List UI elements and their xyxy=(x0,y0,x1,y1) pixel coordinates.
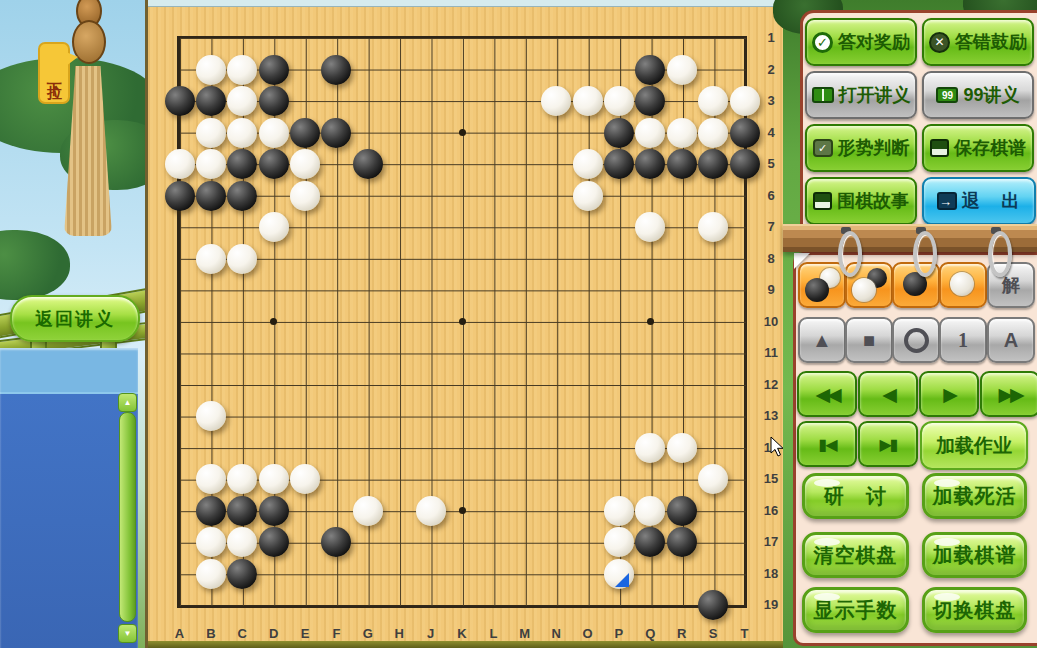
triangle-mark-button[interactable]: ▲ xyxy=(798,317,846,363)
load-life-death-button[interactable]: 加载死活 xyxy=(922,473,1027,519)
stone-R2-white[interactable] xyxy=(667,55,697,85)
exit-door-icon: → xyxy=(937,192,957,210)
star-point xyxy=(459,507,466,514)
col-label-O: O xyxy=(577,626,599,641)
stone-Q16-white[interactable] xyxy=(635,496,665,526)
board-top-edge xyxy=(148,0,786,7)
col-label-S: S xyxy=(702,626,724,641)
row-label-2: 2 xyxy=(757,62,785,77)
stone-Q4-white[interactable] xyxy=(635,118,665,148)
gloss-highlight xyxy=(814,479,840,487)
tool-black-then-white[interactable] xyxy=(798,262,846,308)
stone-D16-black[interactable] xyxy=(259,496,289,526)
button-label: 退 出 xyxy=(962,189,1022,213)
button-label: 形势判断 xyxy=(838,136,910,160)
load-homework-button[interactable]: 加载作业 xyxy=(920,421,1028,470)
load-kifu-button[interactable]: 加载棋谱 xyxy=(922,532,1027,578)
stone-Q2-black[interactable] xyxy=(635,55,665,85)
reward-correct-button[interactable]: ✓ 答对奖励 xyxy=(805,18,917,66)
col-label-B: B xyxy=(200,626,222,641)
go-board[interactable]: ABCDEFGHJKLMNOPQRST123456789101112131415… xyxy=(145,0,790,648)
last-move-marker xyxy=(615,573,629,587)
stone-D4-white[interactable] xyxy=(259,118,289,148)
stone-E5-white[interactable] xyxy=(290,149,320,179)
row-label-10: 10 xyxy=(757,314,785,329)
stone-P3-white[interactable] xyxy=(604,86,634,116)
row-label-1: 1 xyxy=(757,30,785,45)
stone-B4-white[interactable] xyxy=(196,118,226,148)
stone-R14-white[interactable] xyxy=(667,433,697,463)
switch-board-button[interactable]: 切换棋盘 xyxy=(922,587,1027,633)
star-point xyxy=(459,129,466,136)
save-kifu-button[interactable]: 保存棋谱 xyxy=(922,124,1034,172)
button-label: 围棋故事 xyxy=(837,189,909,213)
col-label-H: H xyxy=(388,626,410,641)
col-label-A: A xyxy=(169,626,191,641)
board-bottom-edge xyxy=(148,641,786,648)
exit-button[interactable]: → 退 出 xyxy=(922,177,1036,225)
top-button-panel: ✓ 答对奖励 ✕ 答错鼓励 打开讲义 99 99讲义 ✓ 形势判断 保存棋谱 围… xyxy=(800,10,1037,249)
stone-R5-black[interactable] xyxy=(667,149,697,179)
stone-B3-black[interactable] xyxy=(196,86,226,116)
gloss-highlight xyxy=(814,593,840,601)
circle-mark-icon xyxy=(904,328,929,353)
pine-tree-foliage xyxy=(0,230,70,300)
first-move-icon: ▮◀ xyxy=(818,435,835,454)
col-label-G: G xyxy=(357,626,379,641)
last-move-button[interactable]: ▶▮ xyxy=(858,421,918,467)
stone-B18-white[interactable] xyxy=(196,559,226,589)
stone-R16-black[interactable] xyxy=(667,496,697,526)
button-label: 答对奖励 xyxy=(838,30,910,54)
binder-ring xyxy=(988,231,1012,277)
return-button-label: 返回讲义 xyxy=(35,307,115,331)
situation-judge-button[interactable]: ✓ 形势判断 xyxy=(805,124,917,172)
gloss-highlight xyxy=(934,593,960,601)
fast-forward-icon: ▶▶ xyxy=(998,383,1021,406)
tool-white-stone[interactable] xyxy=(939,262,987,308)
row-label-13: 13 xyxy=(757,408,785,423)
arrow-up-icon: ▲ xyxy=(124,398,132,407)
stone-E6-white[interactable] xyxy=(290,181,320,211)
stone-G5-black[interactable] xyxy=(353,149,383,179)
gloss-highlight xyxy=(814,538,840,546)
go-story-button[interactable]: 围棋故事 xyxy=(805,177,917,225)
stone-E15-white[interactable] xyxy=(290,464,320,494)
square-mark-button[interactable]: ■ xyxy=(845,317,893,363)
stone-P5-black[interactable] xyxy=(604,149,634,179)
col-label-M: M xyxy=(514,626,536,641)
scroll-up-button[interactable]: ▲ xyxy=(118,393,137,412)
white-stone-icon xyxy=(950,272,974,296)
col-label-F: F xyxy=(325,626,347,641)
stone-T5-black[interactable] xyxy=(730,149,760,179)
row-label-4: 4 xyxy=(757,125,785,140)
return-to-lecture-button[interactable]: 返回讲义 xyxy=(10,295,140,342)
stone-C6-black[interactable] xyxy=(227,181,257,211)
stone-B16-black[interactable] xyxy=(196,496,226,526)
stone-S19-black[interactable] xyxy=(698,590,728,620)
letter-mark-button[interactable]: A xyxy=(987,317,1035,363)
situation-judge-icon: ✓ xyxy=(813,139,833,157)
row-label-7: 7 xyxy=(757,219,785,234)
stone-S3-white[interactable] xyxy=(698,86,728,116)
fast-backward-icon: ◀◀ xyxy=(815,383,838,406)
stone-D2-black[interactable] xyxy=(259,55,289,85)
stone-F4-black[interactable] xyxy=(321,118,351,148)
stone-O6-white[interactable] xyxy=(573,181,603,211)
binder-ring xyxy=(913,231,937,277)
stone-B6-black[interactable] xyxy=(196,181,226,211)
stone-J16-white[interactable] xyxy=(416,496,446,526)
stone-B5-white[interactable] xyxy=(196,149,226,179)
stone-R17-black[interactable] xyxy=(667,527,697,557)
stone-T3-white[interactable] xyxy=(730,86,760,116)
stone-E4-black[interactable] xyxy=(290,118,320,148)
col-label-N: N xyxy=(545,626,567,641)
fast-forward-button[interactable]: ▶▶ xyxy=(980,371,1037,417)
col-label-L: L xyxy=(482,626,504,641)
stone-B2-white[interactable] xyxy=(196,55,226,85)
button-label: 加载作业 xyxy=(936,433,1012,459)
button-label: 研 讨 xyxy=(824,483,887,510)
row-label-19: 19 xyxy=(757,597,785,612)
stone-D15-white[interactable] xyxy=(259,464,289,494)
button-label: 保存棋谱 xyxy=(954,136,1026,160)
row-label-18: 18 xyxy=(757,566,785,581)
open-lecture-button[interactable]: 打开讲义 xyxy=(805,71,917,119)
star-point xyxy=(647,318,654,325)
gloss-highlight xyxy=(934,538,960,546)
stone-P4-black[interactable] xyxy=(604,118,634,148)
row-label-5: 5 xyxy=(757,156,785,171)
solve-label: 解 xyxy=(1002,273,1020,297)
row-label-16: 16 xyxy=(757,503,785,518)
bubble-pointer xyxy=(66,52,78,66)
stone-P16-white[interactable] xyxy=(604,496,634,526)
stone-D5-black[interactable] xyxy=(259,149,289,179)
stone-D7-white[interactable] xyxy=(259,212,289,242)
row-label-11: 11 xyxy=(757,345,785,360)
col-label-E: E xyxy=(294,626,316,641)
stone-D17-black[interactable] xyxy=(259,527,289,557)
letter-mark-icon: A xyxy=(1004,329,1018,352)
star-point xyxy=(459,318,466,325)
forward-button[interactable]: ▶ xyxy=(919,371,979,417)
stone-F2-black[interactable] xyxy=(321,55,351,85)
stone-O3-white[interactable] xyxy=(573,86,603,116)
fast-backward-button[interactable]: ◀◀ xyxy=(797,371,857,417)
row-label-12: 12 xyxy=(757,377,785,392)
stone-B8-white[interactable] xyxy=(196,244,226,274)
research-button[interactable]: 研 讨 xyxy=(802,473,909,519)
stone-C4-white[interactable] xyxy=(227,118,257,148)
stone-B13-white[interactable] xyxy=(196,401,226,431)
stone-A6-black[interactable] xyxy=(165,181,195,211)
white-stone-icon xyxy=(852,278,876,302)
stone-S4-white[interactable] xyxy=(698,118,728,148)
check-circle-icon: ✓ xyxy=(812,32,833,53)
button-label: 答错鼓励 xyxy=(955,30,1027,54)
stone-A3-black[interactable] xyxy=(165,86,195,116)
book-99-icon: 99 xyxy=(936,87,958,103)
lecture-list-panel: ▲ ▼ xyxy=(0,348,138,648)
stone-G16-white[interactable] xyxy=(353,496,383,526)
row-label-6: 6 xyxy=(757,188,785,203)
lecture-99-button[interactable]: 99 99讲义 xyxy=(922,71,1034,119)
square-mark-icon: ■ xyxy=(863,329,875,352)
binder-ring xyxy=(838,231,862,277)
pull-down-tab[interactable]: 下拉 xyxy=(38,42,70,104)
arrow-down-icon: ▼ xyxy=(124,629,132,638)
gloss-highlight xyxy=(934,479,960,487)
col-label-T: T xyxy=(734,626,756,641)
col-label-J: J xyxy=(420,626,442,641)
open-book-icon xyxy=(812,87,834,103)
forward-icon: ▶ xyxy=(943,383,955,406)
mouse-cursor xyxy=(770,436,786,458)
circle-mark-button[interactable] xyxy=(892,317,940,363)
stone-Q14-white[interactable] xyxy=(635,433,665,463)
tool-panel: 解 ▲ ■ 1 A ◀◀ ◀ ▶ ▶▶ ▮◀ xyxy=(793,252,1037,646)
row-label-8: 8 xyxy=(757,251,785,266)
show-move-numbers-button[interactable]: 显示手数 xyxy=(802,587,909,633)
stone-P17-white[interactable] xyxy=(604,527,634,557)
triangle-mark-icon: ▲ xyxy=(812,329,832,352)
stone-D3-black[interactable] xyxy=(259,86,289,116)
col-label-C: C xyxy=(231,626,253,641)
stone-R4-white[interactable] xyxy=(667,118,697,148)
stone-C16-black[interactable] xyxy=(227,496,257,526)
stone-B17-white[interactable] xyxy=(196,527,226,557)
stone-O5-white[interactable] xyxy=(573,149,603,179)
app-screen: 下拉 返回讲义 ▲ ▼ ABCDEFGHJKLMNOPQRST123456789… xyxy=(0,0,1037,648)
x-circle-icon: ✕ xyxy=(929,32,950,53)
backward-button[interactable]: ◀ xyxy=(858,371,918,417)
stone-T4-black[interactable] xyxy=(730,118,760,148)
stone-C8-white[interactable] xyxy=(227,244,257,274)
button-label: 99讲义 xyxy=(963,83,1019,107)
row-label-15: 15 xyxy=(757,471,785,486)
story-book-icon xyxy=(813,192,832,210)
stone-A5-white[interactable] xyxy=(165,149,195,179)
black-stone-icon xyxy=(805,278,829,302)
stone-C2-white[interactable] xyxy=(227,55,257,85)
wrong-encourage-button[interactable]: ✕ 答错鼓励 xyxy=(922,18,1034,66)
number-mark-icon: 1 xyxy=(958,329,968,352)
pull-down-label: 下拉 xyxy=(45,71,64,75)
first-move-button[interactable]: ▮◀ xyxy=(797,421,857,467)
button-label: 打开讲义 xyxy=(839,83,911,107)
col-label-R: R xyxy=(671,626,693,641)
stone-S7-white[interactable] xyxy=(698,212,728,242)
col-label-P: P xyxy=(608,626,630,641)
stone-C18-black[interactable] xyxy=(227,559,257,589)
stone-B15-white[interactable] xyxy=(196,464,226,494)
stone-S15-white[interactable] xyxy=(698,464,728,494)
stone-N3-white[interactable] xyxy=(541,86,571,116)
row-label-9: 9 xyxy=(757,282,785,297)
number-mark-button[interactable]: 1 xyxy=(939,317,987,363)
col-label-Q: Q xyxy=(639,626,661,641)
scroll-down-button[interactable]: ▼ xyxy=(118,624,137,643)
col-label-K: K xyxy=(451,626,473,641)
save-disk-icon xyxy=(930,139,949,157)
scrollbar-thumb[interactable] xyxy=(119,412,136,622)
clear-board-button[interactable]: 清空棋盘 xyxy=(802,532,909,578)
backward-icon: ◀ xyxy=(882,383,894,406)
last-move-icon: ▶▮ xyxy=(879,435,896,454)
col-label-D: D xyxy=(263,626,285,641)
row-label-17: 17 xyxy=(757,534,785,549)
stone-S5-black[interactable] xyxy=(698,149,728,179)
row-label-3: 3 xyxy=(757,93,785,108)
